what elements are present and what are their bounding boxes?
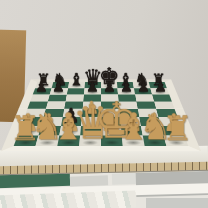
square-d1: ♛: [79, 135, 101, 145]
square-c5: [64, 102, 83, 109]
table-gray-tile-2: [146, 198, 208, 208]
piece-shadow: [82, 140, 99, 146]
square-g4: [138, 109, 159, 117]
square-b6: [48, 95, 67, 102]
square-b2: ♟: [38, 126, 61, 136]
piece-shadow: [62, 130, 78, 135]
square-c6: [66, 95, 84, 102]
piece-shadow: [167, 140, 185, 146]
square-c4: [63, 109, 83, 117]
square-d6: [83, 95, 101, 102]
square-b1: ♞: [36, 135, 60, 145]
square-h2: ♟: [161, 126, 185, 136]
piece-shadow: [64, 121, 80, 126]
square-h4: [156, 109, 177, 117]
piece-shadow: [84, 112, 99, 116]
square-e2: ♟: [101, 126, 122, 136]
square-f4: [119, 109, 139, 117]
square-a3: [21, 117, 43, 126]
square-g5: [136, 102, 156, 109]
square-g6: [135, 95, 154, 102]
square-a6: [30, 95, 50, 102]
square-e1: ♚: [101, 135, 123, 145]
square-e5: [101, 102, 119, 109]
piece-shadow: [60, 140, 77, 146]
square-g3: [139, 117, 161, 126]
square-f1: ♝: [122, 135, 145, 145]
piece-shadow: [104, 140, 121, 146]
square-c3: ♟: [61, 117, 82, 126]
piece-shadow: [103, 130, 119, 135]
chess-board-grid: ♜♞♝♛♚♝♞♜♟♟♟♟♟♟♟♟♟♟♟♟♟♟♟♟♜♞♝♛♚♝♞♜: [14, 82, 189, 146]
photo-chess-scene: ♜♞♝♛♚♝♞♜♟♟♟♟♟♟♟♟♟♟♟♟♟♟♟♟♜♞♝♛♚♝♞♜: [0, 0, 208, 208]
piece-shadow: [38, 140, 56, 146]
square-c1: ♝: [57, 135, 80, 145]
piece-shadow: [146, 140, 164, 146]
square-b3: [41, 117, 63, 126]
square-h1: ♜: [164, 135, 189, 145]
square-d3: [81, 117, 101, 126]
square-f3: [120, 117, 141, 126]
square-f6: [118, 95, 136, 102]
square-e3: [101, 117, 121, 126]
piece-shadow: [41, 130, 58, 135]
piece-shadow: [125, 140, 142, 146]
square-f2: ♟: [121, 126, 143, 136]
square-b4: [44, 109, 65, 117]
piece-shadow: [124, 130, 140, 135]
square-g1: ♞: [143, 135, 167, 145]
square-d5: [83, 102, 101, 109]
square-g2: ♟: [141, 126, 164, 136]
square-f5: [119, 102, 138, 109]
square-e4: [101, 109, 120, 117]
piece-shadow: [17, 140, 35, 146]
square-b5: [46, 102, 66, 109]
board-hinge-crease: [18, 109, 183, 110]
square-c2: ♟: [59, 126, 81, 136]
square-h3: [158, 117, 180, 126]
piece-white-king: ♚: [94, 96, 130, 146]
square-e6: [101, 95, 119, 102]
chess-board: ♜♞♝♛♚♝♞♜♟♟♟♟♟♟♟♟♟♟♟♟♟♟♟♟♜♞♝♛♚♝♞♜: [1, 79, 201, 151]
square-d2: [80, 126, 101, 136]
piece-shadow: [20, 130, 37, 135]
square-a4: [24, 109, 45, 117]
square-h6: [152, 95, 172, 102]
piece-shadow: [164, 130, 181, 135]
piece-shadow: [144, 130, 161, 135]
square-h5: [154, 102, 174, 109]
table-gray-patch: [70, 175, 108, 186]
square-d4: ♟: [82, 109, 101, 117]
square-a5: [27, 102, 47, 109]
